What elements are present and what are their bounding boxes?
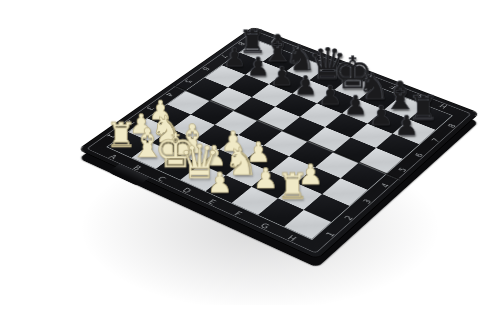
product-photo-stage: ♜♝♞♛♚♞♝♜♟♟♟♟♟♟♟♟♟♟♟♟♟♞♝♟♞♟♜♜♝♚♛♟ ABCDEFG… <box>0 0 500 316</box>
square-g7: ♟ <box>367 109 409 133</box>
